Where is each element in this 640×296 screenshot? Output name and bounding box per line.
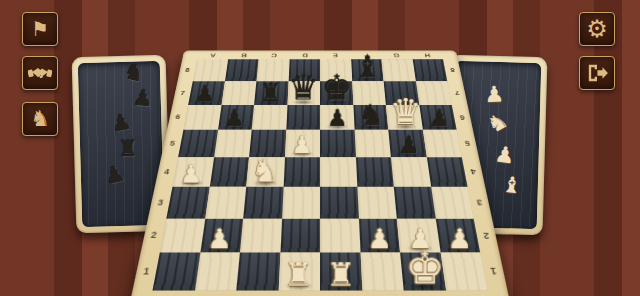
square-d5[interactable]: ♟ xyxy=(285,130,320,157)
square-h2[interactable]: ♟ xyxy=(435,218,480,253)
square-a6[interactable] xyxy=(183,105,221,130)
captured-black-pawn: ♟ xyxy=(103,162,127,188)
coordinate-label: 1 xyxy=(484,253,504,291)
square-g1[interactable]: ♚ xyxy=(400,253,445,291)
square-e1[interactable]: ♜ xyxy=(320,253,362,291)
square-g3[interactable] xyxy=(394,187,435,219)
square-e5[interactable] xyxy=(320,130,355,157)
square-c7[interactable]: ♜ xyxy=(254,81,288,105)
square-h5[interactable] xyxy=(422,130,461,157)
square-b5[interactable] xyxy=(214,130,252,157)
black-pawn[interactable]: ♟ xyxy=(398,133,419,157)
file-labels-top: ABCDEFGH xyxy=(197,52,443,59)
board-grid: ♝♟♜♛♚♟♟♞♛♟♟♟♟♞♟♟♟♟♜♜♚ xyxy=(153,59,488,290)
square-e2[interactable] xyxy=(320,218,360,253)
captured-black-pawn: ♟ xyxy=(110,110,133,135)
piece-shadow xyxy=(396,151,421,158)
square-g5[interactable]: ♟ xyxy=(388,130,426,157)
captured-white-pawn: ♟ xyxy=(484,84,505,107)
square-a4[interactable]: ♟ xyxy=(173,157,214,186)
piece-shadow xyxy=(206,244,234,252)
square-b7[interactable] xyxy=(221,81,256,105)
coordinate-label: 3 xyxy=(471,187,489,219)
white-pawn[interactable]: ♟ xyxy=(292,133,313,157)
square-f4[interactable] xyxy=(355,157,393,186)
square-b8[interactable] xyxy=(225,59,259,81)
flag-icon: ⚑ xyxy=(31,19,49,39)
captured-white-knight: ♞ xyxy=(484,109,512,138)
square-b2[interactable]: ♟ xyxy=(200,218,243,253)
coordinate-label: E xyxy=(320,52,351,59)
square-d1[interactable]: ♜ xyxy=(278,253,320,291)
coordinate-label: G xyxy=(381,52,412,59)
coordinate-label: 2 xyxy=(477,218,496,253)
square-c8[interactable] xyxy=(256,59,289,81)
square-h4[interactable] xyxy=(426,157,467,186)
square-g8[interactable] xyxy=(382,59,416,81)
square-f8[interactable]: ♝ xyxy=(351,59,384,81)
captured-white-pawn: ♟ xyxy=(493,143,515,167)
piece-shadow xyxy=(445,244,473,252)
coordinate-label: F xyxy=(350,52,381,59)
piece-shadow xyxy=(359,124,382,130)
chess-app: ⚑ ♞ ⚙ ♞♟♟♜♟ ♟♞♟♝ xyxy=(0,0,640,296)
square-f3[interactable] xyxy=(357,187,397,219)
exit-icon xyxy=(586,63,608,83)
square-f5[interactable] xyxy=(354,130,391,157)
square-d4[interactable] xyxy=(283,157,320,186)
piece-shadow xyxy=(223,124,247,130)
coordinate-label: C xyxy=(259,52,290,59)
board-scene: ABCDEFGH ABCDEFGH 87654321 87654321 ♝♟♜♛… xyxy=(157,8,483,296)
square-g4[interactable] xyxy=(391,157,431,186)
square-c2[interactable] xyxy=(240,218,282,253)
coordinate-label: D xyxy=(289,52,320,59)
square-d2[interactable] xyxy=(280,218,320,253)
square-a2[interactable] xyxy=(160,218,205,253)
gear-icon: ⚙ xyxy=(586,17,608,41)
square-a3[interactable] xyxy=(166,187,209,219)
square-e8[interactable] xyxy=(320,59,352,81)
piece-shadow xyxy=(406,244,434,252)
piece-shadow xyxy=(285,281,313,290)
square-g6[interactable]: ♛ xyxy=(386,105,423,130)
square-h7[interactable] xyxy=(415,81,451,105)
coordinate-label: 5 xyxy=(459,130,475,157)
captured-black-rook: ♜ xyxy=(118,138,138,161)
square-d7[interactable]: ♛ xyxy=(287,81,320,105)
draw-offer-button[interactable] xyxy=(22,56,58,90)
chess-board: ABCDEFGH ABCDEFGH 87654321 87654321 ♝♟♜♛… xyxy=(128,50,511,296)
piece-shadow xyxy=(325,124,348,130)
square-c6[interactable] xyxy=(252,105,287,130)
square-f7[interactable] xyxy=(352,81,386,105)
square-g7[interactable] xyxy=(384,81,419,105)
piece-shadow xyxy=(290,151,314,158)
square-e6[interactable]: ♟ xyxy=(320,105,354,130)
square-f6[interactable]: ♞ xyxy=(353,105,388,130)
captured-black-knight: ♞ xyxy=(122,60,147,86)
square-c4[interactable]: ♞ xyxy=(246,157,284,186)
square-c3[interactable] xyxy=(243,187,283,219)
square-g2[interactable]: ♟ xyxy=(397,218,440,253)
square-b1[interactable] xyxy=(194,253,239,291)
handshake-icon xyxy=(28,64,52,82)
exit-button[interactable] xyxy=(579,56,615,90)
coordinate-label: 7 xyxy=(450,81,465,105)
piece-shadow xyxy=(366,244,394,252)
square-b3[interactable] xyxy=(205,187,246,219)
captured-black-pawn: ♟ xyxy=(132,87,153,110)
knight-piece-icon: ♞ xyxy=(30,108,50,130)
square-d3[interactable] xyxy=(282,187,320,219)
square-d6[interactable] xyxy=(286,105,320,130)
square-e3[interactable] xyxy=(320,187,358,219)
piece-shadow xyxy=(178,179,204,186)
piece-shadow xyxy=(327,281,355,290)
square-h6[interactable]: ♟ xyxy=(419,105,457,130)
square-c1[interactable] xyxy=(236,253,280,291)
piece-shadow xyxy=(393,124,417,130)
hint-knight-button[interactable]: ♞ xyxy=(22,102,58,136)
square-f2[interactable]: ♟ xyxy=(358,218,400,253)
piece-shadow xyxy=(427,124,451,130)
square-b4[interactable] xyxy=(209,157,249,186)
square-f1[interactable] xyxy=(360,253,404,291)
captured-white-bishop: ♝ xyxy=(501,174,523,198)
square-a1[interactable] xyxy=(153,253,200,291)
coordinate-label: 6 xyxy=(455,105,471,130)
piece-shadow xyxy=(410,281,439,290)
black-rook[interactable]: ♜ xyxy=(259,80,281,105)
resign-flag-button[interactable]: ⚑ xyxy=(22,12,58,46)
square-h1[interactable] xyxy=(440,253,487,291)
square-a5[interactable] xyxy=(178,130,217,157)
square-h3[interactable] xyxy=(431,187,474,219)
settings-button[interactable]: ⚙ xyxy=(579,12,615,46)
square-h8[interactable] xyxy=(412,59,447,81)
square-b6[interactable]: ♟ xyxy=(218,105,255,130)
square-c5[interactable] xyxy=(249,130,286,157)
square-a8[interactable] xyxy=(193,59,228,81)
square-d8[interactable] xyxy=(288,59,320,81)
coordinate-label: 8 xyxy=(446,59,460,81)
coordinate-label: 4 xyxy=(465,157,482,186)
coordinate-label: B xyxy=(228,52,259,59)
piece-shadow xyxy=(252,179,277,186)
square-e7[interactable]: ♚ xyxy=(320,81,353,105)
white-pawn[interactable]: ♟ xyxy=(180,162,202,187)
coordinate-label: A xyxy=(197,52,229,59)
square-e4[interactable] xyxy=(320,157,357,186)
white-king[interactable]: ♚ xyxy=(405,247,444,291)
square-a7[interactable]: ♟ xyxy=(188,81,224,105)
coordinate-label: H xyxy=(411,52,443,59)
